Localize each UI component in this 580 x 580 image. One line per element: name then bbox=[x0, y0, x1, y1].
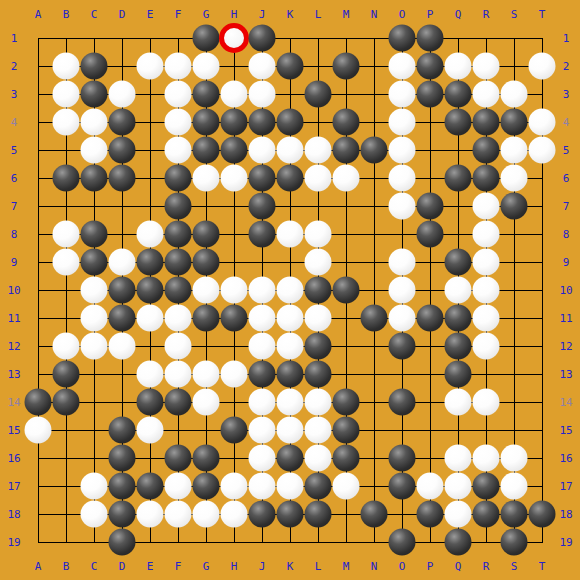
row-label-right: 8 bbox=[563, 229, 570, 240]
column-label-top: F bbox=[175, 9, 182, 20]
stone-black-G1[interactable] bbox=[193, 25, 220, 52]
column-label-bottom: G bbox=[203, 561, 210, 572]
stone-white-J3[interactable] bbox=[249, 81, 276, 108]
stone-black-F7[interactable] bbox=[165, 193, 192, 220]
column-label-top: D bbox=[119, 9, 126, 20]
column-label-bottom: R bbox=[483, 561, 490, 572]
stone-black-G8[interactable] bbox=[193, 221, 220, 248]
column-label-bottom: S bbox=[511, 561, 518, 572]
stone-white-R16[interactable] bbox=[473, 445, 500, 472]
stone-black-O16[interactable] bbox=[389, 445, 416, 472]
stone-white-T2[interactable] bbox=[529, 53, 556, 80]
grid-line-vertical bbox=[374, 38, 375, 543]
stone-black-S4[interactable] bbox=[501, 109, 528, 136]
stone-white-A15[interactable] bbox=[25, 417, 52, 444]
stone-black-G3[interactable] bbox=[193, 81, 220, 108]
stone-black-Q13[interactable] bbox=[445, 361, 472, 388]
stone-black-Q19[interactable] bbox=[445, 529, 472, 556]
stone-black-F9[interactable] bbox=[165, 249, 192, 276]
row-label-right: 2 bbox=[563, 61, 570, 72]
stone-white-J5[interactable] bbox=[249, 137, 276, 164]
stone-white-H10[interactable] bbox=[221, 277, 248, 304]
stone-black-K4[interactable] bbox=[277, 109, 304, 136]
row-label-left: 19 bbox=[7, 537, 20, 548]
column-label-bottom: F bbox=[175, 561, 182, 572]
stone-black-R18[interactable] bbox=[473, 501, 500, 528]
row-label-right: 11 bbox=[559, 313, 572, 324]
stone-white-D9[interactable] bbox=[109, 249, 136, 276]
stone-black-J1[interactable] bbox=[249, 25, 276, 52]
stone-black-M5[interactable] bbox=[333, 137, 360, 164]
stone-black-O19[interactable] bbox=[389, 529, 416, 556]
row-label-right: 14 bbox=[559, 397, 572, 408]
row-label-left: 10 bbox=[7, 285, 20, 296]
row-label-left: 14 bbox=[7, 397, 20, 408]
stone-white-L11[interactable] bbox=[305, 305, 332, 332]
column-label-bottom: O bbox=[399, 561, 406, 572]
stone-black-F14[interactable] bbox=[165, 389, 192, 416]
column-label-bottom: D bbox=[119, 561, 126, 572]
stone-white-E8[interactable] bbox=[137, 221, 164, 248]
stone-black-K2[interactable] bbox=[277, 53, 304, 80]
stone-white-T5[interactable] bbox=[529, 137, 556, 164]
stone-black-P7[interactable] bbox=[417, 193, 444, 220]
stone-black-J7[interactable] bbox=[249, 193, 276, 220]
row-label-left: 8 bbox=[11, 229, 18, 240]
stone-black-E17[interactable] bbox=[137, 473, 164, 500]
row-label-right: 19 bbox=[559, 537, 572, 548]
column-label-bottom: T bbox=[539, 561, 546, 572]
row-label-right: 16 bbox=[559, 453, 572, 464]
stone-white-L6[interactable] bbox=[305, 165, 332, 192]
row-label-right: 15 bbox=[559, 425, 572, 436]
stone-black-D17[interactable] bbox=[109, 473, 136, 500]
stone-black-F10[interactable] bbox=[165, 277, 192, 304]
stone-black-C9[interactable] bbox=[81, 249, 108, 276]
stone-white-R11[interactable] bbox=[473, 305, 500, 332]
stone-black-F8[interactable] bbox=[165, 221, 192, 248]
stone-white-G10[interactable] bbox=[193, 277, 220, 304]
row-label-right: 5 bbox=[563, 145, 570, 156]
column-label-bottom: L bbox=[315, 561, 322, 572]
stone-white-B2[interactable] bbox=[53, 53, 80, 80]
stone-white-B3[interactable] bbox=[53, 81, 80, 108]
stone-white-T4[interactable] bbox=[529, 109, 556, 136]
stone-black-C6[interactable] bbox=[81, 165, 108, 192]
stone-white-F4[interactable] bbox=[165, 109, 192, 136]
stone-black-M4[interactable] bbox=[333, 109, 360, 136]
stone-white-F2[interactable] bbox=[165, 53, 192, 80]
stone-black-H15[interactable] bbox=[221, 417, 248, 444]
stone-white-E15[interactable] bbox=[137, 417, 164, 444]
stone-white-J12[interactable] bbox=[249, 333, 276, 360]
stone-black-T18[interactable] bbox=[529, 501, 556, 528]
row-label-left: 17 bbox=[7, 481, 20, 492]
stone-black-G9[interactable] bbox=[193, 249, 220, 276]
stone-black-O17[interactable] bbox=[389, 473, 416, 500]
stone-white-C12[interactable] bbox=[81, 333, 108, 360]
stone-black-L3[interactable] bbox=[305, 81, 332, 108]
stone-black-K6[interactable] bbox=[277, 165, 304, 192]
row-label-left: 5 bbox=[11, 145, 18, 156]
stone-black-C3[interactable] bbox=[81, 81, 108, 108]
stone-white-R2[interactable] bbox=[473, 53, 500, 80]
stone-black-L12[interactable] bbox=[305, 333, 332, 360]
stone-black-P2[interactable] bbox=[417, 53, 444, 80]
stone-white-R7[interactable] bbox=[473, 193, 500, 220]
stone-white-G14[interactable] bbox=[193, 389, 220, 416]
stone-black-M14[interactable] bbox=[333, 389, 360, 416]
stone-black-J4[interactable] bbox=[249, 109, 276, 136]
stone-white-H18[interactable] bbox=[221, 501, 248, 528]
stone-white-R9[interactable] bbox=[473, 249, 500, 276]
stone-white-F18[interactable] bbox=[165, 501, 192, 528]
stone-white-E13[interactable] bbox=[137, 361, 164, 388]
stone-white-G18[interactable] bbox=[193, 501, 220, 528]
stone-white-R14[interactable] bbox=[473, 389, 500, 416]
stone-black-B14[interactable] bbox=[53, 389, 80, 416]
stone-black-M15[interactable] bbox=[333, 417, 360, 444]
stone-white-K17[interactable] bbox=[277, 473, 304, 500]
go-board[interactable]: AABBCCDDEEFFGGHHJJKKLLMMNNOOPPQQRRSSTT11… bbox=[0, 0, 580, 580]
stone-black-Q11[interactable] bbox=[445, 305, 472, 332]
stone-black-Q4[interactable] bbox=[445, 109, 472, 136]
stone-black-C8[interactable] bbox=[81, 221, 108, 248]
stone-black-B13[interactable] bbox=[53, 361, 80, 388]
row-label-left: 16 bbox=[7, 453, 20, 464]
grid-line-vertical bbox=[430, 38, 431, 543]
stone-white-C17[interactable] bbox=[81, 473, 108, 500]
stone-white-C5[interactable] bbox=[81, 137, 108, 164]
stone-white-D12[interactable] bbox=[109, 333, 136, 360]
stone-black-P3[interactable] bbox=[417, 81, 444, 108]
stone-black-S7[interactable] bbox=[501, 193, 528, 220]
column-label-top: R bbox=[483, 9, 490, 20]
stone-white-E2[interactable] bbox=[137, 53, 164, 80]
stone-white-O7[interactable] bbox=[389, 193, 416, 220]
stone-black-A14[interactable] bbox=[25, 389, 52, 416]
column-label-top: O bbox=[399, 9, 406, 20]
stone-white-Q2[interactable] bbox=[445, 53, 472, 80]
stone-white-J14[interactable] bbox=[249, 389, 276, 416]
column-label-top: G bbox=[203, 9, 210, 20]
stone-white-J16[interactable] bbox=[249, 445, 276, 472]
stone-black-C2[interactable] bbox=[81, 53, 108, 80]
stone-black-M2[interactable] bbox=[333, 53, 360, 80]
stone-white-O3[interactable] bbox=[389, 81, 416, 108]
column-label-bottom: K bbox=[287, 561, 294, 572]
stone-black-J13[interactable] bbox=[249, 361, 276, 388]
column-label-top: T bbox=[539, 9, 546, 20]
stone-black-D4[interactable] bbox=[109, 109, 136, 136]
stone-black-Q9[interactable] bbox=[445, 249, 472, 276]
row-label-right: 7 bbox=[563, 201, 570, 212]
stone-white-O4[interactable] bbox=[389, 109, 416, 136]
stone-white-Q17[interactable] bbox=[445, 473, 472, 500]
stone-white-F12[interactable] bbox=[165, 333, 192, 360]
stone-black-P11[interactable] bbox=[417, 305, 444, 332]
column-label-bottom: M bbox=[343, 561, 350, 572]
stone-black-D11[interactable] bbox=[109, 305, 136, 332]
stone-black-E9[interactable] bbox=[137, 249, 164, 276]
stone-white-S3[interactable] bbox=[501, 81, 528, 108]
stone-black-R17[interactable] bbox=[473, 473, 500, 500]
stone-black-Q3[interactable] bbox=[445, 81, 472, 108]
column-label-bottom: Q bbox=[455, 561, 462, 572]
stone-white-L9[interactable] bbox=[305, 249, 332, 276]
stone-white-R10[interactable] bbox=[473, 277, 500, 304]
stone-black-J6[interactable] bbox=[249, 165, 276, 192]
stone-black-O12[interactable] bbox=[389, 333, 416, 360]
column-label-bottom: A bbox=[35, 561, 42, 572]
row-label-left: 1 bbox=[11, 33, 18, 44]
stone-white-O2[interactable] bbox=[389, 53, 416, 80]
stone-white-F17[interactable] bbox=[165, 473, 192, 500]
stone-white-G6[interactable] bbox=[193, 165, 220, 192]
stone-white-E18[interactable] bbox=[137, 501, 164, 528]
stone-white-B12[interactable] bbox=[53, 333, 80, 360]
stone-black-Q6[interactable] bbox=[445, 165, 472, 192]
stone-black-N5[interactable] bbox=[361, 137, 388, 164]
stone-black-P1[interactable] bbox=[417, 25, 444, 52]
stone-white-J2[interactable] bbox=[249, 53, 276, 80]
stone-white-B8[interactable] bbox=[53, 221, 80, 248]
stone-black-N18[interactable] bbox=[361, 501, 388, 528]
stone-black-O1[interactable] bbox=[389, 25, 416, 52]
stone-black-G4[interactable] bbox=[193, 109, 220, 136]
row-label-right: 6 bbox=[563, 173, 570, 184]
stone-white-K12[interactable] bbox=[277, 333, 304, 360]
stone-white-O10[interactable] bbox=[389, 277, 416, 304]
row-label-left: 2 bbox=[11, 61, 18, 72]
row-label-right: 17 bbox=[559, 481, 572, 492]
stone-black-K18[interactable] bbox=[277, 501, 304, 528]
stone-white-K11[interactable] bbox=[277, 305, 304, 332]
stone-white-L5[interactable] bbox=[305, 137, 332, 164]
column-label-top: L bbox=[315, 9, 322, 20]
column-label-bottom: B bbox=[63, 561, 70, 572]
stone-white-K5[interactable] bbox=[277, 137, 304, 164]
stone-black-N11[interactable] bbox=[361, 305, 388, 332]
stone-black-J18[interactable] bbox=[249, 501, 276, 528]
stone-white-M17[interactable] bbox=[333, 473, 360, 500]
row-label-right: 12 bbox=[559, 341, 572, 352]
stone-white-O6[interactable] bbox=[389, 165, 416, 192]
stone-white-H1-last-move-marker[interactable] bbox=[219, 23, 249, 53]
stone-white-K15[interactable] bbox=[277, 417, 304, 444]
column-label-top: Q bbox=[455, 9, 462, 20]
stone-black-G16[interactable] bbox=[193, 445, 220, 472]
stone-white-C10[interactable] bbox=[81, 277, 108, 304]
stone-white-M6[interactable] bbox=[333, 165, 360, 192]
stone-black-S19[interactable] bbox=[501, 529, 528, 556]
stone-white-J11[interactable] bbox=[249, 305, 276, 332]
stone-black-G5[interactable] bbox=[193, 137, 220, 164]
stone-white-G2[interactable] bbox=[193, 53, 220, 80]
stone-white-O5[interactable] bbox=[389, 137, 416, 164]
column-label-top: B bbox=[63, 9, 70, 20]
row-label-right: 18 bbox=[559, 509, 572, 520]
stone-white-P17[interactable] bbox=[417, 473, 444, 500]
column-label-bottom: E bbox=[147, 561, 154, 572]
stone-white-S6[interactable] bbox=[501, 165, 528, 192]
stone-black-S18[interactable] bbox=[501, 501, 528, 528]
stone-black-D15[interactable] bbox=[109, 417, 136, 444]
stone-white-Q18[interactable] bbox=[445, 501, 472, 528]
stone-white-F11[interactable] bbox=[165, 305, 192, 332]
row-label-right: 9 bbox=[563, 257, 570, 268]
stone-black-M16[interactable] bbox=[333, 445, 360, 472]
stone-white-D3[interactable] bbox=[109, 81, 136, 108]
stone-black-R6[interactable] bbox=[473, 165, 500, 192]
column-label-bottom: N bbox=[371, 561, 378, 572]
column-label-bottom: C bbox=[91, 561, 98, 572]
stone-white-Q14[interactable] bbox=[445, 389, 472, 416]
stone-black-O14[interactable] bbox=[389, 389, 416, 416]
stone-white-H6[interactable] bbox=[221, 165, 248, 192]
stone-white-J15[interactable] bbox=[249, 417, 276, 444]
stone-white-O9[interactable] bbox=[389, 249, 416, 276]
stone-black-H11[interactable] bbox=[221, 305, 248, 332]
stone-white-F5[interactable] bbox=[165, 137, 192, 164]
stone-black-D16[interactable] bbox=[109, 445, 136, 472]
row-label-left: 6 bbox=[11, 173, 18, 184]
row-label-left: 12 bbox=[7, 341, 20, 352]
stone-white-L8[interactable] bbox=[305, 221, 332, 248]
stone-white-S16[interactable] bbox=[501, 445, 528, 472]
stone-white-O11[interactable] bbox=[389, 305, 416, 332]
stone-black-E14[interactable] bbox=[137, 389, 164, 416]
stone-white-H13[interactable] bbox=[221, 361, 248, 388]
stone-white-J17[interactable] bbox=[249, 473, 276, 500]
stone-white-G13[interactable] bbox=[193, 361, 220, 388]
stone-black-H5[interactable] bbox=[221, 137, 248, 164]
stone-black-L17[interactable] bbox=[305, 473, 332, 500]
stone-white-S5[interactable] bbox=[501, 137, 528, 164]
column-label-top: A bbox=[35, 9, 42, 20]
stone-white-K10[interactable] bbox=[277, 277, 304, 304]
stone-white-F13[interactable] bbox=[165, 361, 192, 388]
stone-black-E10[interactable] bbox=[137, 277, 164, 304]
row-label-left: 11 bbox=[7, 313, 20, 324]
stone-white-C11[interactable] bbox=[81, 305, 108, 332]
column-label-top: N bbox=[371, 9, 378, 20]
stone-black-D18[interactable] bbox=[109, 501, 136, 528]
stone-black-G17[interactable] bbox=[193, 473, 220, 500]
column-label-bottom: P bbox=[427, 561, 434, 572]
stone-white-L15[interactable] bbox=[305, 417, 332, 444]
stone-white-F3[interactable] bbox=[165, 81, 192, 108]
stone-white-H3[interactable] bbox=[221, 81, 248, 108]
stone-white-J10[interactable] bbox=[249, 277, 276, 304]
stone-white-L16[interactable] bbox=[305, 445, 332, 472]
stone-black-Q12[interactable] bbox=[445, 333, 472, 360]
stone-black-D5[interactable] bbox=[109, 137, 136, 164]
stone-black-D10[interactable] bbox=[109, 277, 136, 304]
stone-white-H17[interactable] bbox=[221, 473, 248, 500]
stone-black-J8[interactable] bbox=[249, 221, 276, 248]
stone-white-C18[interactable] bbox=[81, 501, 108, 528]
stone-white-B9[interactable] bbox=[53, 249, 80, 276]
column-label-top: J bbox=[259, 9, 266, 20]
stone-black-B6[interactable] bbox=[53, 165, 80, 192]
stone-white-S17[interactable] bbox=[501, 473, 528, 500]
stone-black-K13[interactable] bbox=[277, 361, 304, 388]
stone-black-M10[interactable] bbox=[333, 277, 360, 304]
stone-white-L14[interactable] bbox=[305, 389, 332, 416]
stone-white-Q10[interactable] bbox=[445, 277, 472, 304]
stone-white-R12[interactable] bbox=[473, 333, 500, 360]
stone-black-H4[interactable] bbox=[221, 109, 248, 136]
stone-black-F16[interactable] bbox=[165, 445, 192, 472]
row-label-left: 4 bbox=[11, 117, 18, 128]
row-label-left: 9 bbox=[11, 257, 18, 268]
row-label-left: 15 bbox=[7, 425, 20, 436]
stone-black-K16[interactable] bbox=[277, 445, 304, 472]
stone-white-K8[interactable] bbox=[277, 221, 304, 248]
stone-black-L18[interactable] bbox=[305, 501, 332, 528]
stone-black-D19[interactable] bbox=[109, 529, 136, 556]
stone-black-P18[interactable] bbox=[417, 501, 444, 528]
stone-white-K14[interactable] bbox=[277, 389, 304, 416]
row-label-left: 3 bbox=[11, 89, 18, 100]
column-label-top: S bbox=[511, 9, 518, 20]
row-label-right: 10 bbox=[559, 285, 572, 296]
row-label-left: 18 bbox=[7, 509, 20, 520]
column-label-top: K bbox=[287, 9, 294, 20]
column-label-top: H bbox=[231, 9, 238, 20]
stone-white-B4[interactable] bbox=[53, 109, 80, 136]
column-label-top: P bbox=[427, 9, 434, 20]
stone-white-R3[interactable] bbox=[473, 81, 500, 108]
stone-white-E11[interactable] bbox=[137, 305, 164, 332]
stone-black-F6[interactable] bbox=[165, 165, 192, 192]
stone-black-R5[interactable] bbox=[473, 137, 500, 164]
column-label-top: C bbox=[91, 9, 98, 20]
stone-black-L10[interactable] bbox=[305, 277, 332, 304]
stone-black-P8[interactable] bbox=[417, 221, 444, 248]
stone-black-G11[interactable] bbox=[193, 305, 220, 332]
row-label-right: 13 bbox=[559, 369, 572, 380]
stone-white-Q16[interactable] bbox=[445, 445, 472, 472]
stone-black-D6[interactable] bbox=[109, 165, 136, 192]
row-label-right: 4 bbox=[563, 117, 570, 128]
stone-black-L13[interactable] bbox=[305, 361, 332, 388]
row-label-left: 13 bbox=[7, 369, 20, 380]
column-label-top: E bbox=[147, 9, 154, 20]
stone-white-C4[interactable] bbox=[81, 109, 108, 136]
column-label-bottom: H bbox=[231, 561, 238, 572]
stone-black-R4[interactable] bbox=[473, 109, 500, 136]
row-label-left: 7 bbox=[11, 201, 18, 212]
row-label-right: 1 bbox=[563, 33, 570, 44]
column-label-bottom: J bbox=[259, 561, 266, 572]
column-label-top: M bbox=[343, 9, 350, 20]
row-label-right: 3 bbox=[563, 89, 570, 100]
stone-white-R8[interactable] bbox=[473, 221, 500, 248]
